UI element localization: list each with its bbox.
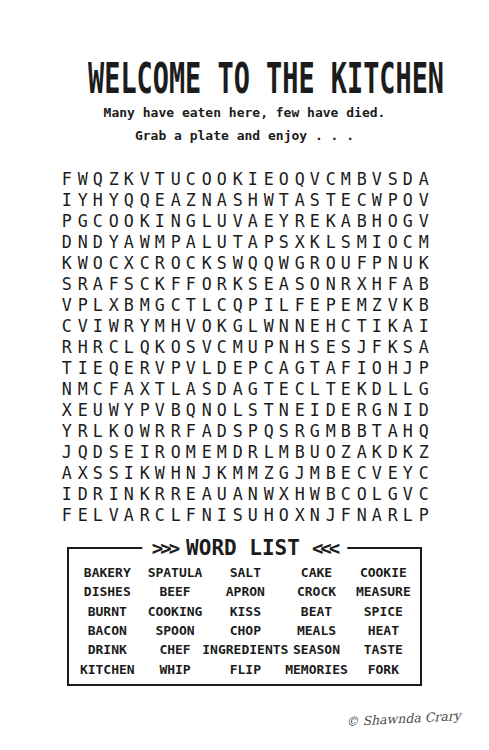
- grid-cell[interactable]: R: [122, 315, 136, 336]
- grid-cell[interactable]: P: [385, 189, 399, 210]
- grid-cell[interactable]: E: [230, 357, 244, 378]
- grid-cell[interactable]: W: [308, 483, 322, 504]
- grid-cell[interactable]: C: [416, 483, 430, 504]
- grid-cell[interactable]: P: [137, 399, 151, 420]
- grid-cell[interactable]: Y: [137, 315, 151, 336]
- grid-cell[interactable]: C: [137, 273, 151, 294]
- grid-cell[interactable]: T: [277, 189, 291, 210]
- grid-cell[interactable]: K: [137, 483, 151, 504]
- grid-cell[interactable]: B: [416, 273, 430, 294]
- grid-cell[interactable]: J: [354, 336, 368, 357]
- grid-cell[interactable]: L: [199, 231, 213, 252]
- grid-cell[interactable]: R: [168, 483, 182, 504]
- grid-cell[interactable]: I: [261, 294, 275, 315]
- grid-cell[interactable]: S: [401, 336, 415, 357]
- grid-cell[interactable]: H: [75, 336, 89, 357]
- grid-cell[interactable]: B: [323, 483, 337, 504]
- grid-cell[interactable]: D: [401, 168, 415, 189]
- grid-cell[interactable]: G: [401, 210, 415, 231]
- grid-cell[interactable]: P: [261, 336, 275, 357]
- grid-cell[interactable]: D: [91, 441, 105, 462]
- grid-cell[interactable]: I: [60, 189, 74, 210]
- grid-cell[interactable]: R: [75, 420, 89, 441]
- grid-cell[interactable]: C: [292, 378, 306, 399]
- grid-cell[interactable]: M: [230, 336, 244, 357]
- grid-cell[interactable]: R: [153, 483, 167, 504]
- grid-cell[interactable]: A: [215, 189, 229, 210]
- grid-cell[interactable]: C: [416, 462, 430, 483]
- grid-cell[interactable]: A: [246, 231, 260, 252]
- grid-cell[interactable]: I: [416, 315, 430, 336]
- grid-cell[interactable]: X: [106, 294, 120, 315]
- grid-cell[interactable]: L: [168, 378, 182, 399]
- grid-cell[interactable]: P: [60, 210, 74, 231]
- grid-cell[interactable]: C: [106, 336, 120, 357]
- grid-cell[interactable]: U: [215, 483, 229, 504]
- grid-cell[interactable]: V: [308, 168, 322, 189]
- grid-cell[interactable]: P: [370, 252, 384, 273]
- grid-cell[interactable]: G: [184, 210, 198, 231]
- grid-cell[interactable]: S: [339, 231, 353, 252]
- grid-cell[interactable]: F: [184, 504, 198, 525]
- grid-cell[interactable]: W: [75, 168, 89, 189]
- grid-cell[interactable]: G: [230, 315, 244, 336]
- grid-cell[interactable]: K: [215, 462, 229, 483]
- grid-cell[interactable]: U: [215, 210, 229, 231]
- grid-cell[interactable]: I: [246, 168, 260, 189]
- grid-cell[interactable]: K: [401, 441, 415, 462]
- grid-cell[interactable]: E: [339, 294, 353, 315]
- grid-cell[interactable]: E: [339, 399, 353, 420]
- grid-cell[interactable]: Q: [122, 189, 136, 210]
- grid-cell[interactable]: D: [60, 231, 74, 252]
- grid-cell[interactable]: G: [308, 420, 322, 441]
- grid-cell[interactable]: R: [339, 273, 353, 294]
- grid-cell[interactable]: C: [91, 210, 105, 231]
- grid-cell[interactable]: R: [91, 483, 105, 504]
- grid-cell[interactable]: E: [91, 357, 105, 378]
- grid-cell[interactable]: A: [416, 336, 430, 357]
- grid-cell[interactable]: H: [246, 189, 260, 210]
- grid-cell[interactable]: K: [323, 210, 337, 231]
- grid-cell[interactable]: G: [385, 483, 399, 504]
- grid-cell[interactable]: G: [292, 252, 306, 273]
- grid-cell[interactable]: A: [246, 210, 260, 231]
- grid-cell[interactable]: O: [91, 252, 105, 273]
- grid-cell[interactable]: V: [184, 315, 198, 336]
- grid-cell[interactable]: I: [354, 357, 368, 378]
- grid-cell[interactable]: E: [339, 378, 353, 399]
- grid-cell[interactable]: K: [385, 336, 399, 357]
- grid-cell[interactable]: K: [370, 441, 384, 462]
- grid-cell[interactable]: C: [137, 252, 151, 273]
- grid-cell[interactable]: W: [370, 189, 384, 210]
- grid-cell[interactable]: X: [122, 252, 136, 273]
- grid-cell[interactable]: M: [230, 462, 244, 483]
- grid-cell[interactable]: Q: [106, 357, 120, 378]
- grid-cell[interactable]: Q: [91, 168, 105, 189]
- grid-cell[interactable]: X: [292, 504, 306, 525]
- grid-cell[interactable]: S: [60, 273, 74, 294]
- grid-cell[interactable]: L: [168, 504, 182, 525]
- grid-cell[interactable]: B: [354, 420, 368, 441]
- grid-cell[interactable]: L: [91, 294, 105, 315]
- grid-cell[interactable]: E: [75, 504, 89, 525]
- grid-cell[interactable]: R: [60, 336, 74, 357]
- grid-cell[interactable]: B: [339, 420, 353, 441]
- grid-cell[interactable]: V: [385, 294, 399, 315]
- grid-cell[interactable]: B: [323, 462, 337, 483]
- grid-cell[interactable]: A: [292, 189, 306, 210]
- grid-cell[interactable]: I: [106, 483, 120, 504]
- grid-cell[interactable]: V: [106, 504, 120, 525]
- grid-cell[interactable]: X: [75, 462, 89, 483]
- grid-cell[interactable]: F: [354, 252, 368, 273]
- grid-cell[interactable]: M: [323, 420, 337, 441]
- grid-cell[interactable]: E: [277, 378, 291, 399]
- grid-cell[interactable]: R: [168, 420, 182, 441]
- grid-cell[interactable]: Y: [60, 420, 74, 441]
- grid-cell[interactable]: T: [153, 378, 167, 399]
- grid-cell[interactable]: L: [199, 357, 213, 378]
- grid-cell[interactable]: B: [354, 210, 368, 231]
- grid-cell[interactable]: H: [168, 462, 182, 483]
- grid-cell[interactable]: M: [75, 378, 89, 399]
- grid-cell[interactable]: C: [401, 231, 415, 252]
- grid-cell[interactable]: J: [199, 462, 213, 483]
- grid-cell[interactable]: Q: [230, 294, 244, 315]
- grid-cell[interactable]: V: [153, 399, 167, 420]
- grid-cell[interactable]: W: [137, 231, 151, 252]
- grid-cell[interactable]: J: [323, 504, 337, 525]
- grid-cell[interactable]: V: [137, 168, 151, 189]
- grid-cell[interactable]: X: [277, 483, 291, 504]
- grid-cell[interactable]: N: [246, 483, 260, 504]
- grid-cell[interactable]: S: [230, 189, 244, 210]
- grid-cell[interactable]: N: [277, 315, 291, 336]
- grid-cell[interactable]: L: [230, 399, 244, 420]
- grid-cell[interactable]: O: [323, 441, 337, 462]
- grid-cell[interactable]: H: [323, 315, 337, 336]
- grid-cell[interactable]: P: [75, 294, 89, 315]
- grid-cell[interactable]: H: [261, 504, 275, 525]
- grid-cell[interactable]: O: [385, 210, 399, 231]
- grid-cell[interactable]: N: [75, 231, 89, 252]
- grid-cell[interactable]: U: [339, 252, 353, 273]
- grid-cell[interactable]: V: [416, 210, 430, 231]
- grid-cell[interactable]: K: [122, 168, 136, 189]
- grid-cell[interactable]: Q: [137, 189, 151, 210]
- grid-cell[interactable]: O: [122, 210, 136, 231]
- grid-cell[interactable]: N: [385, 399, 399, 420]
- grid-cell[interactable]: R: [292, 420, 306, 441]
- grid-cell[interactable]: K: [308, 231, 322, 252]
- grid-cell[interactable]: R: [308, 252, 322, 273]
- grid-cell[interactable]: E: [75, 399, 89, 420]
- grid-cell[interactable]: K: [385, 315, 399, 336]
- grid-cell[interactable]: P: [246, 420, 260, 441]
- grid-cell[interactable]: C: [354, 189, 368, 210]
- grid-cell[interactable]: W: [230, 252, 244, 273]
- grid-cell[interactable]: D: [215, 420, 229, 441]
- grid-cell[interactable]: B: [292, 441, 306, 462]
- grid-cell[interactable]: I: [370, 231, 384, 252]
- grid-cell[interactable]: G: [370, 399, 384, 420]
- grid-cell[interactable]: M: [215, 441, 229, 462]
- grid-cell[interactable]: T: [370, 420, 384, 441]
- grid-cell[interactable]: N: [199, 399, 213, 420]
- grid-cell[interactable]: A: [401, 273, 415, 294]
- grid-cell[interactable]: L: [91, 420, 105, 441]
- grid-cell[interactable]: F: [370, 336, 384, 357]
- grid-cell[interactable]: R: [153, 441, 167, 462]
- grid-cell[interactable]: M: [416, 231, 430, 252]
- grid-cell[interactable]: T: [323, 378, 337, 399]
- grid-cell[interactable]: T: [60, 357, 74, 378]
- grid-cell[interactable]: S: [230, 420, 244, 441]
- grid-cell[interactable]: C: [215, 294, 229, 315]
- grid-cell[interactable]: K: [60, 252, 74, 273]
- grid-cell[interactable]: B: [354, 168, 368, 189]
- grid-cell[interactable]: P: [261, 231, 275, 252]
- grid-cell[interactable]: O: [215, 399, 229, 420]
- grid-cell[interactable]: A: [385, 420, 399, 441]
- grid-cell[interactable]: D: [416, 399, 430, 420]
- grid-cell[interactable]: W: [153, 462, 167, 483]
- grid-cell[interactable]: O: [370, 357, 384, 378]
- grid-cell[interactable]: L: [401, 504, 415, 525]
- grid-cell[interactable]: W: [106, 315, 120, 336]
- grid-cell[interactable]: G: [75, 210, 89, 231]
- grid-cell[interactable]: U: [246, 504, 260, 525]
- grid-cell[interactable]: H: [91, 189, 105, 210]
- grid-cell[interactable]: D: [230, 441, 244, 462]
- grid-cell[interactable]: E: [339, 189, 353, 210]
- grid-cell[interactable]: K: [230, 273, 244, 294]
- grid-cell[interactable]: L: [246, 315, 260, 336]
- grid-cell[interactable]: Y: [106, 231, 120, 252]
- grid-cell[interactable]: S: [91, 462, 105, 483]
- grid-cell[interactable]: R: [215, 273, 229, 294]
- grid-cell[interactable]: U: [91, 399, 105, 420]
- grid-cell[interactable]: A: [339, 210, 353, 231]
- grid-cell[interactable]: L: [308, 378, 322, 399]
- grid-cell[interactable]: O: [385, 231, 399, 252]
- grid-cell[interactable]: C: [184, 252, 198, 273]
- grid-cell[interactable]: C: [153, 504, 167, 525]
- grid-cell[interactable]: K: [153, 273, 167, 294]
- grid-cell[interactable]: U: [308, 441, 322, 462]
- grid-cell[interactable]: D: [215, 357, 229, 378]
- grid-cell[interactable]: O: [199, 315, 213, 336]
- grid-cell[interactable]: R: [354, 399, 368, 420]
- grid-cell[interactable]: N: [60, 378, 74, 399]
- grid-cell[interactable]: D: [91, 231, 105, 252]
- grid-cell[interactable]: T: [323, 189, 337, 210]
- grid-cell[interactable]: S: [246, 273, 260, 294]
- grid-cell[interactable]: K: [137, 210, 151, 231]
- grid-cell[interactable]: Q: [184, 399, 198, 420]
- grid-cell[interactable]: G: [153, 294, 167, 315]
- grid-cell[interactable]: A: [370, 504, 384, 525]
- grid-cell[interactable]: E: [323, 336, 337, 357]
- grid-cell[interactable]: S: [246, 399, 260, 420]
- grid-cell[interactable]: A: [122, 231, 136, 252]
- grid-cell[interactable]: E: [122, 441, 136, 462]
- grid-cell[interactable]: N: [354, 504, 368, 525]
- grid-cell[interactable]: E: [184, 483, 198, 504]
- grid-cell[interactable]: E: [261, 210, 275, 231]
- grid-cell[interactable]: V: [184, 357, 198, 378]
- grid-cell[interactable]: R: [292, 210, 306, 231]
- grid-cell[interactable]: W: [261, 315, 275, 336]
- grid-cell[interactable]: A: [60, 462, 74, 483]
- grid-cell[interactable]: B: [416, 294, 430, 315]
- grid-cell[interactable]: J: [401, 357, 415, 378]
- grid-cell[interactable]: O: [168, 441, 182, 462]
- grid-cell[interactable]: K: [153, 336, 167, 357]
- grid-cell[interactable]: S: [230, 504, 244, 525]
- grid-cell[interactable]: W: [137, 420, 151, 441]
- grid-cell[interactable]: N: [277, 399, 291, 420]
- grid-cell[interactable]: L: [401, 378, 415, 399]
- grid-cell[interactable]: H: [292, 483, 306, 504]
- grid-cell[interactable]: D: [385, 441, 399, 462]
- grid-cell[interactable]: D: [75, 483, 89, 504]
- grid-cell[interactable]: C: [106, 252, 120, 273]
- grid-cell[interactable]: W: [261, 189, 275, 210]
- grid-cell[interactable]: N: [199, 504, 213, 525]
- grid-cell[interactable]: S: [199, 378, 213, 399]
- grid-cell[interactable]: L: [91, 504, 105, 525]
- grid-cell[interactable]: M: [308, 462, 322, 483]
- grid-cell[interactable]: E: [308, 294, 322, 315]
- grid-cell[interactable]: E: [153, 189, 167, 210]
- grid-cell[interactable]: W: [261, 483, 275, 504]
- grid-cell[interactable]: J: [60, 441, 74, 462]
- grid-cell[interactable]: H: [401, 420, 415, 441]
- grid-cell[interactable]: H: [385, 357, 399, 378]
- grid-cell[interactable]: H: [370, 210, 384, 231]
- grid-cell[interactable]: C: [91, 378, 105, 399]
- grid-cell[interactable]: A: [230, 378, 244, 399]
- grid-cell[interactable]: V: [75, 315, 89, 336]
- grid-cell[interactable]: J: [292, 462, 306, 483]
- grid-cell[interactable]: L: [261, 441, 275, 462]
- grid-cell[interactable]: C: [323, 168, 337, 189]
- grid-cell[interactable]: Y: [401, 462, 415, 483]
- grid-cell[interactable]: N: [277, 336, 291, 357]
- grid-cell[interactable]: C: [60, 315, 74, 336]
- grid-cell[interactable]: H: [292, 336, 306, 357]
- grid-cell[interactable]: S: [122, 273, 136, 294]
- grid-cell[interactable]: L: [277, 294, 291, 315]
- grid-cell[interactable]: L: [323, 231, 337, 252]
- grid-cell[interactable]: P: [323, 294, 337, 315]
- grid-cell[interactable]: R: [153, 252, 167, 273]
- grid-cell[interactable]: S: [106, 462, 120, 483]
- grid-cell[interactable]: S: [308, 189, 322, 210]
- grid-cell[interactable]: G: [246, 378, 260, 399]
- grid-cell[interactable]: N: [385, 252, 399, 273]
- grid-cell[interactable]: H: [370, 273, 384, 294]
- grid-cell[interactable]: G: [292, 357, 306, 378]
- grid-cell[interactable]: Z: [106, 168, 120, 189]
- grid-cell[interactable]: S: [308, 336, 322, 357]
- grid-cell[interactable]: O: [106, 210, 120, 231]
- grid-cell[interactable]: P: [246, 294, 260, 315]
- grid-cell[interactable]: M: [354, 231, 368, 252]
- grid-cell[interactable]: Q: [261, 420, 275, 441]
- grid-cell[interactable]: I: [60, 483, 74, 504]
- grid-cell[interactable]: Y: [122, 399, 136, 420]
- grid-cell[interactable]: V: [153, 357, 167, 378]
- grid-cell[interactable]: L: [199, 294, 213, 315]
- grid-cell[interactable]: Z: [370, 294, 384, 315]
- grid-cell[interactable]: F: [168, 273, 182, 294]
- grid-cell[interactable]: S: [184, 336, 198, 357]
- grid-cell[interactable]: E: [122, 357, 136, 378]
- grid-cell[interactable]: B: [168, 399, 182, 420]
- grid-cell[interactable]: E: [308, 315, 322, 336]
- grid-cell[interactable]: A: [401, 315, 415, 336]
- grid-cell[interactable]: A: [354, 441, 368, 462]
- grid-cell[interactable]: E: [292, 399, 306, 420]
- grid-cell[interactable]: A: [91, 273, 105, 294]
- grid-cell[interactable]: O: [168, 252, 182, 273]
- grid-cell[interactable]: F: [60, 504, 74, 525]
- grid-cell[interactable]: Z: [339, 441, 353, 462]
- grid-cell[interactable]: P: [246, 357, 260, 378]
- grid-cell[interactable]: I: [215, 504, 229, 525]
- grid-cell[interactable]: P: [416, 504, 430, 525]
- grid-cell[interactable]: N: [168, 210, 182, 231]
- grid-cell[interactable]: O: [168, 336, 182, 357]
- grid-cell[interactable]: R: [75, 273, 89, 294]
- grid-cell[interactable]: R: [137, 357, 151, 378]
- grid-cell[interactable]: K: [106, 420, 120, 441]
- grid-cell[interactable]: A: [122, 504, 136, 525]
- grid-cell[interactable]: P: [168, 231, 182, 252]
- grid-cell[interactable]: S: [277, 231, 291, 252]
- grid-cell[interactable]: Y: [106, 189, 120, 210]
- grid-cell[interactable]: S: [106, 441, 120, 462]
- grid-cell[interactable]: F: [385, 273, 399, 294]
- grid-cell[interactable]: N: [122, 483, 136, 504]
- grid-cell[interactable]: U: [401, 252, 415, 273]
- grid-cell[interactable]: X: [354, 273, 368, 294]
- grid-cell[interactable]: N: [323, 273, 337, 294]
- grid-cell[interactable]: T: [308, 357, 322, 378]
- grid-cell[interactable]: S: [292, 273, 306, 294]
- grid-cell[interactable]: E: [308, 210, 322, 231]
- grid-cell[interactable]: D: [215, 378, 229, 399]
- grid-cell[interactable]: N: [184, 462, 198, 483]
- grid-cell[interactable]: O: [199, 273, 213, 294]
- grid-cell[interactable]: I: [91, 315, 105, 336]
- grid-cell[interactable]: R: [153, 420, 167, 441]
- grid-cell[interactable]: V: [370, 168, 384, 189]
- grid-cell[interactable]: S: [385, 168, 399, 189]
- grid-cell[interactable]: C: [261, 357, 275, 378]
- grid-cell[interactable]: T: [230, 231, 244, 252]
- grid-cell[interactable]: L: [122, 336, 136, 357]
- grid-cell[interactable]: Y: [75, 189, 89, 210]
- grid-cell[interactable]: X: [292, 231, 306, 252]
- grid-cell[interactable]: V: [60, 294, 74, 315]
- grid-cell[interactable]: M: [137, 294, 151, 315]
- grid-cell[interactable]: Q: [246, 252, 260, 273]
